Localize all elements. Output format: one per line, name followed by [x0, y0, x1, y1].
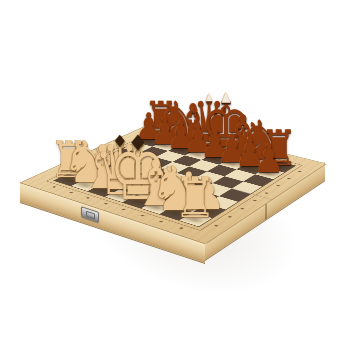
piece-white-rook[interactable]: ♜ — [173, 170, 216, 226]
rank-dot — [227, 216, 232, 218]
rank-dot — [240, 208, 245, 210]
rank-dot — [276, 185, 280, 187]
piece-black-pawn[interactable]: ♟ — [253, 138, 283, 178]
rank-dot — [298, 171, 302, 173]
product-photo-scene: ♜♞♝♛▲♚▲♝♞♜♟♟♟♟♟♟♟♟♟♟♟♟♟♟♟♟♜♞♝♛◆♚◆♝♞♜ — [0, 0, 360, 360]
clasp-hook-icon — [86, 210, 95, 219]
finial-tip: ▲ — [222, 89, 231, 103]
fold-seam-side — [265, 202, 267, 220]
rank-dot — [264, 192, 268, 194]
rank-dot — [253, 200, 257, 202]
rank-dot — [287, 178, 291, 180]
